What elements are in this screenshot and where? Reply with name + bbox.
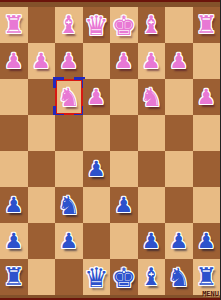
square-b6[interactable] [28,79,56,115]
pink-pawn-e7[interactable]: ♟ [110,43,138,79]
pink-pawn-f7[interactable]: ♟ [138,43,166,79]
menu-button[interactable]: MENU [202,290,219,298]
square-a3[interactable]: ♟ [0,187,28,223]
square-g6[interactable] [165,79,193,115]
blue-knight-g1[interactable]: ♞ [165,259,193,295]
blue-pawn-d4[interactable]: ♟ [83,151,111,187]
pink-pawn-g7[interactable]: ♟ [165,43,193,79]
square-d1[interactable]: ♛ [83,259,111,295]
board-top-border [0,0,220,2]
square-f5[interactable] [138,115,166,151]
square-g4[interactable] [165,151,193,187]
square-h4[interactable] [193,151,221,187]
square-h7[interactable] [193,43,221,79]
square-g2[interactable]: ♟ [165,223,193,259]
square-g7[interactable]: ♟ [165,43,193,79]
square-d7[interactable] [83,43,111,79]
square-e1[interactable]: ♚ [110,259,138,295]
pink-bishop-f8[interactable]: ♝ [138,7,166,43]
square-d5[interactable] [83,115,111,151]
square-f6[interactable]: ♞ [138,79,166,115]
blue-knight-c3[interactable]: ♞ [55,187,83,223]
blue-pawn-a2[interactable]: ♟ [0,223,28,259]
square-f2[interactable]: ♟ [138,223,166,259]
blue-rook-a1[interactable]: ♜ [0,259,28,295]
blue-pawn-e3[interactable]: ♟ [110,187,138,223]
square-f4[interactable] [138,151,166,187]
pink-knight-f6[interactable]: ♞ [138,79,166,115]
pink-pawn-b7[interactable]: ♟ [28,43,56,79]
square-f8[interactable]: ♝ [138,7,166,43]
square-d6[interactable]: ♟ [83,79,111,115]
square-g3[interactable] [165,187,193,223]
pink-bishop-c8[interactable]: ♝ [55,7,83,43]
pink-pawn-a7[interactable]: ♟ [0,43,28,79]
square-c1[interactable] [55,259,83,295]
pink-rook-a8[interactable]: ♜ [0,7,28,43]
square-a7[interactable]: ♟ [0,43,28,79]
blue-pawn-f2[interactable]: ♟ [138,223,166,259]
pink-queen-d8[interactable]: ♛ [83,7,111,43]
square-f1[interactable]: ♝ [138,259,166,295]
pink-pawn-c7[interactable]: ♟ [55,43,83,79]
square-a2[interactable]: ♟ [0,223,28,259]
square-c8[interactable]: ♝ [55,7,83,43]
square-f7[interactable]: ♟ [138,43,166,79]
square-b7[interactable]: ♟ [28,43,56,79]
square-b4[interactable] [28,151,56,187]
square-b3[interactable] [28,187,56,223]
square-g8[interactable] [165,7,193,43]
square-d8[interactable]: ♛ [83,7,111,43]
blue-king-e1[interactable]: ♚ [110,259,138,295]
chess-game-screen: ♜♝♛♚♝♜♟♟♟♟♟♟♞♟♞♟♟♟♞♟♟♟♟♟♟♜♛♚♝♞♜ MENU [0,0,220,300]
square-e4[interactable] [110,151,138,187]
square-f3[interactable] [138,187,166,223]
square-h6[interactable]: ♟ [193,79,221,115]
chess-board: ♜♝♛♚♝♜♟♟♟♟♟♟♞♟♞♟♟♟♞♟♟♟♟♟♟♜♛♚♝♞♜ [0,7,220,295]
pink-knight-c6[interactable]: ♞ [55,79,83,115]
square-d4[interactable]: ♟ [83,151,111,187]
pink-king-e8[interactable]: ♚ [110,7,138,43]
blue-bishop-f1[interactable]: ♝ [138,259,166,295]
square-c6[interactable]: ♞ [55,79,83,115]
square-d2[interactable] [83,223,111,259]
square-e6[interactable] [110,79,138,115]
square-b8[interactable] [28,7,56,43]
square-h8[interactable]: ♜ [193,7,221,43]
square-e2[interactable] [110,223,138,259]
square-a5[interactable] [0,115,28,151]
square-a8[interactable]: ♜ [0,7,28,43]
pink-pawn-h6[interactable]: ♟ [193,79,221,115]
square-g1[interactable]: ♞ [165,259,193,295]
blue-pawn-h2[interactable]: ♟ [193,223,221,259]
square-c2[interactable]: ♟ [55,223,83,259]
blue-queen-d1[interactable]: ♛ [83,259,111,295]
square-c7[interactable]: ♟ [55,43,83,79]
square-e7[interactable]: ♟ [110,43,138,79]
pink-pawn-d6[interactable]: ♟ [83,79,111,115]
pink-rook-h8[interactable]: ♜ [193,7,221,43]
square-e5[interactable] [110,115,138,151]
square-g5[interactable] [165,115,193,151]
square-e8[interactable]: ♚ [110,7,138,43]
square-a1[interactable]: ♜ [0,259,28,295]
blue-pawn-a3[interactable]: ♟ [0,187,28,223]
square-c3[interactable]: ♞ [55,187,83,223]
square-d3[interactable] [83,187,111,223]
square-a4[interactable] [0,151,28,187]
square-b5[interactable] [28,115,56,151]
square-a6[interactable] [0,79,28,115]
square-b1[interactable] [28,259,56,295]
square-b2[interactable] [28,223,56,259]
blue-pawn-c2[interactable]: ♟ [55,223,83,259]
blue-pawn-g2[interactable]: ♟ [165,223,193,259]
square-c4[interactable] [55,151,83,187]
square-e3[interactable]: ♟ [110,187,138,223]
square-h2[interactable]: ♟ [193,223,221,259]
square-h5[interactable] [193,115,221,151]
square-c5[interactable] [55,115,83,151]
square-h3[interactable] [193,187,221,223]
